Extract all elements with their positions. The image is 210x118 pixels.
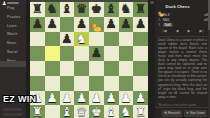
rematch-button[interactable]: ⟲ Rematch: [162, 110, 182, 117]
chess-board: ♜♞♝♛♚♝♞♜♟♟♟ ♟♟♟♟♞♟♟♟♟♟♟♟♟♟♜♝♛♚♝♞♜: [30, 2, 148, 118]
square-c7[interactable]: [60, 17, 75, 32]
square-g4[interactable]: [119, 61, 134, 76]
square-f7[interactable]: ♟: [104, 17, 119, 32]
new-game-button[interactable]: + New Game: [184, 110, 207, 117]
game-panel: Duck Chess 1. Nc3 c6 2. Nb5 e5 3. Nd6 |◀…: [155, 0, 210, 118]
square-b6[interactable]: [45, 32, 60, 47]
square-g3[interactable]: [119, 76, 134, 91]
sidebar-footer-bar[interactable]: [3, 113, 22, 116]
square-b1[interactable]: [45, 105, 60, 118]
duck-chess-icon: [158, 3, 164, 9]
prev-move-button[interactable]: ◀: [176, 29, 179, 34]
square-a7[interactable]: ♟: [30, 17, 45, 32]
square-d1[interactable]: ♛: [74, 105, 89, 118]
black-pawn[interactable]: ♟: [30, 17, 45, 32]
square-b2[interactable]: ♟: [45, 91, 60, 106]
square-a8[interactable]: ♜: [30, 2, 45, 17]
sidebar-search-band[interactable]: [0, 61, 26, 67]
white-pawn[interactable]: ♟: [119, 91, 134, 106]
square-h7[interactable]: ♟: [133, 17, 148, 32]
move-list: 1. Nc3 c6 2. Nb5 e5 3. Nd6: [158, 13, 208, 27]
square-e1[interactable]: ♚: [89, 105, 104, 118]
square-g7[interactable]: ♟: [119, 17, 134, 32]
white-rook[interactable]: ♜: [30, 105, 45, 118]
panel-title: Duck Chess: [166, 4, 190, 9]
square-g2[interactable]: ♟: [119, 91, 134, 106]
square-g5[interactable]: [119, 46, 134, 61]
panel-header: Duck Chess: [158, 2, 189, 10]
square-c8[interactable]: ♝: [60, 2, 75, 17]
square-h5[interactable]: [133, 46, 148, 61]
square-b7[interactable]: ♟: [45, 17, 60, 32]
square-e8[interactable]: ♚: [89, 2, 104, 17]
move-white[interactable]: Nc3: [163, 13, 185, 17]
black-pawn[interactable]: ♟: [119, 17, 134, 32]
duck[interactable]: [91, 19, 103, 30]
square-a3[interactable]: [30, 76, 45, 91]
square-e5[interactable]: ♟: [89, 46, 104, 61]
square-g6[interactable]: [119, 32, 134, 47]
white-rook[interactable]: ♜: [133, 105, 148, 118]
square-f3[interactable]: [104, 76, 119, 91]
square-f6[interactable]: [104, 32, 119, 47]
footnote: *Based on a real online game.: [158, 103, 207, 107]
black-pawn[interactable]: ♟: [60, 32, 75, 47]
first-move-button[interactable]: |◀: [163, 29, 167, 34]
square-e2[interactable]: ♟: [89, 91, 104, 106]
square-c3[interactable]: [60, 76, 75, 91]
move-white[interactable]: Nb5: [163, 18, 185, 22]
square-d7[interactable]: ♟: [74, 17, 89, 32]
square-a1[interactable]: ♜: [30, 105, 45, 118]
black-rook[interactable]: ♜: [30, 2, 45, 17]
black-queen[interactable]: ♛: [74, 2, 89, 17]
white-bishop[interactable]: ♝: [60, 105, 75, 118]
white-pawn[interactable]: ♟: [89, 91, 104, 106]
black-pawn[interactable]: ♟: [89, 46, 104, 61]
square-a6[interactable]: [30, 32, 45, 47]
sidebar-item-puzzles[interactable]: Puzzles: [0, 13, 26, 21]
scrollbar-thumb[interactable]: [208, 0, 210, 30]
square-d3[interactable]: [74, 76, 89, 91]
panel-footer: ⟲ Rematch + New Game: [155, 107, 210, 118]
black-pawn[interactable]: ♟: [133, 17, 148, 32]
rematch-icon: ⟲: [164, 111, 167, 115]
sidebar-item-social[interactable]: Social: [0, 48, 26, 56]
square-h1[interactable]: ♜: [133, 105, 148, 118]
move-navigation: |◀ ◀ ▶ ▶|: [158, 29, 208, 34]
square-f1[interactable]: ♝: [104, 105, 119, 118]
square-g8[interactable]: ♞: [119, 2, 134, 17]
variant-description: Duck Chess is a variant in which a small…: [158, 38, 207, 99]
sidebar-item-news[interactable]: News: [0, 39, 26, 47]
square-h4[interactable]: [133, 61, 148, 76]
square-d5[interactable]: [74, 46, 89, 61]
black-pawn[interactable]: ♟: [104, 17, 119, 32]
square-d8[interactable]: ♛: [74, 2, 89, 17]
square-e4[interactable]: [89, 61, 104, 76]
black-knight[interactable]: ♞: [119, 2, 134, 17]
panel-divider: [157, 36, 209, 37]
square-d4[interactable]: [74, 61, 89, 76]
meme-caption: EZ WIN: [3, 94, 36, 104]
square-c2[interactable]: ♟: [60, 91, 75, 106]
white-pawn[interactable]: ♟: [133, 91, 148, 106]
square-c4[interactable]: [60, 61, 75, 76]
square-h8[interactable]: ♜: [133, 2, 148, 17]
white-bishop[interactable]: ♝: [104, 105, 119, 118]
black-pawn[interactable]: ♟: [45, 17, 60, 32]
black-king[interactable]: ♚: [89, 2, 104, 17]
white-pawn[interactable]: ♟: [45, 91, 60, 106]
white-pawn[interactable]: ♟: [74, 91, 89, 106]
square-e6[interactable]: [89, 32, 104, 47]
square-a4[interactable]: [30, 61, 45, 76]
sidebar-item-play[interactable]: Play: [0, 4, 26, 12]
square-c6[interactable]: ♟: [60, 32, 75, 47]
last-move-button[interactable]: ▶|: [199, 29, 203, 34]
white-king[interactable]: ♚: [89, 105, 104, 118]
square-b3[interactable]: [45, 76, 60, 91]
black-rook[interactable]: ♜: [133, 2, 148, 17]
white-pawn[interactable]: ♟: [104, 91, 119, 106]
square-a5[interactable]: [30, 46, 45, 61]
sidebar-item-learn[interactable]: Learn: [0, 22, 26, 30]
square-h2[interactable]: ♟: [133, 91, 148, 106]
black-knight[interactable]: ♞: [45, 2, 60, 17]
square-g1[interactable]: ♞: [119, 105, 134, 118]
square-h6[interactable]: [133, 32, 148, 47]
next-move-button[interactable]: ▶: [188, 29, 191, 34]
square-e3[interactable]: [89, 76, 104, 91]
square-c1[interactable]: ♝: [60, 105, 75, 118]
square-d2[interactable]: ♟: [74, 91, 89, 106]
square-d6[interactable]: ♞: [74, 32, 89, 47]
square-b5[interactable]: [45, 46, 60, 61]
move-row: 3. Nd6: [158, 22, 208, 27]
square-f2[interactable]: ♟: [104, 91, 119, 106]
square-f8[interactable]: ♝: [104, 2, 119, 17]
white-knight[interactable]: ♞: [119, 105, 134, 118]
square-e7[interactable]: [89, 17, 104, 32]
white-pawn[interactable]: ♟: [60, 91, 75, 106]
white-knight[interactable]: ♞: [74, 32, 89, 47]
plus-icon: +: [186, 111, 189, 115]
sidebar-footer-bar[interactable]: [3, 108, 22, 111]
black-bishop[interactable]: ♝: [60, 2, 75, 17]
square-c5[interactable]: [60, 46, 75, 61]
panel-collapse-icon[interactable]: [150, 1, 154, 4]
square-f5[interactable]: [104, 46, 119, 61]
black-pawn[interactable]: ♟: [74, 17, 89, 32]
sidebar-item-watch[interactable]: Watch: [0, 30, 26, 38]
square-b8[interactable]: ♞: [45, 2, 60, 17]
black-bishop[interactable]: ♝: [104, 2, 119, 17]
square-h3[interactable]: [133, 76, 148, 91]
square-f4[interactable]: [104, 61, 119, 76]
move-white-selected[interactable]: Nd6: [163, 23, 173, 27]
square-b4[interactable]: [45, 61, 60, 76]
white-queen[interactable]: ♛: [74, 105, 89, 118]
